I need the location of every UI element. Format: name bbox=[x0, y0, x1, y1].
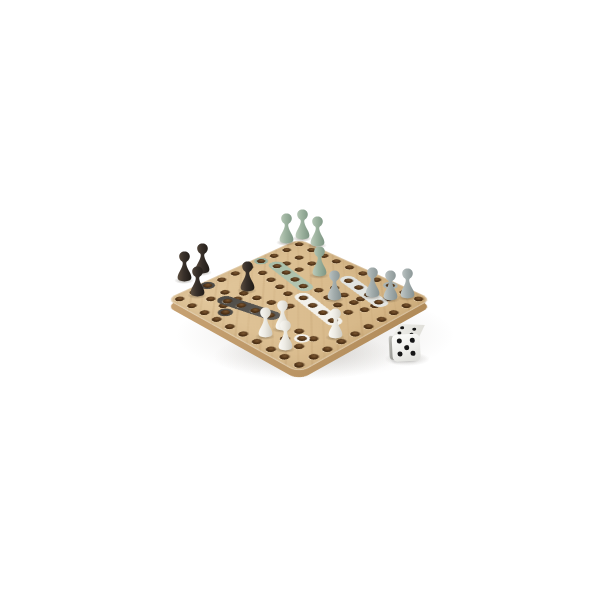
board-hole bbox=[273, 284, 285, 290]
ludo-game-scene bbox=[0, 0, 600, 600]
board-hole bbox=[388, 309, 401, 316]
pawn-glyph bbox=[399, 268, 416, 299]
board-hole bbox=[278, 353, 292, 361]
die-pip bbox=[397, 338, 402, 343]
board-hole bbox=[197, 309, 210, 316]
pawn-black-4[interactable] bbox=[239, 261, 256, 292]
start-ring bbox=[291, 332, 314, 344]
board-hole bbox=[281, 247, 293, 252]
board-hole bbox=[292, 361, 306, 369]
board-hole bbox=[223, 323, 236, 330]
board-hole bbox=[185, 302, 198, 308]
board-hole bbox=[312, 287, 325, 293]
board-hole bbox=[173, 296, 186, 302]
pawn-green-7[interactable] bbox=[309, 216, 326, 247]
board-hole bbox=[331, 259, 343, 265]
pawn-glyph bbox=[382, 270, 399, 301]
die-pip bbox=[404, 345, 409, 350]
board-hole bbox=[236, 331, 249, 338]
pawn-white-16[interactable] bbox=[327, 308, 344, 339]
board-hole bbox=[343, 265, 355, 271]
board-hole bbox=[256, 270, 268, 276]
pawn-white-15[interactable] bbox=[277, 320, 294, 351]
die-pip bbox=[397, 351, 402, 356]
pawn-gray-9[interactable] bbox=[364, 267, 381, 298]
board-hole bbox=[375, 316, 388, 323]
home-yard-hole bbox=[293, 255, 305, 261]
board-hole bbox=[264, 277, 276, 283]
board-hole bbox=[348, 331, 361, 338]
board-hole bbox=[357, 307, 370, 314]
pawn-glyph bbox=[326, 270, 343, 301]
die-pip bbox=[410, 338, 415, 343]
pawn-glyph bbox=[277, 320, 294, 351]
pawn-black-3[interactable] bbox=[189, 266, 206, 297]
die-body bbox=[387, 321, 431, 367]
board-hole bbox=[321, 346, 335, 353]
die-front-face bbox=[391, 333, 420, 361]
pawn-glyph bbox=[257, 307, 274, 338]
die-pip bbox=[410, 351, 415, 356]
pawn-glyph bbox=[364, 267, 381, 298]
die[interactable] bbox=[388, 322, 430, 366]
board-hole bbox=[400, 302, 413, 308]
board-hole bbox=[268, 253, 280, 259]
board-hole bbox=[251, 295, 264, 301]
pawn-glyph bbox=[189, 266, 206, 297]
pawn-green-5[interactable] bbox=[278, 213, 295, 244]
pawn-glyph bbox=[309, 216, 326, 247]
board-hole bbox=[210, 316, 223, 323]
die-pip bbox=[400, 326, 404, 329]
board-hole bbox=[362, 323, 375, 330]
home-yard-hole bbox=[219, 289, 232, 295]
pawn-gray-10[interactable] bbox=[382, 270, 399, 301]
board-hole bbox=[215, 277, 227, 283]
die-pip bbox=[412, 328, 416, 331]
pawn-gray-12[interactable] bbox=[326, 270, 343, 301]
board-hole bbox=[307, 353, 321, 361]
pawn-glyph bbox=[278, 213, 295, 244]
pawn-white-13[interactable] bbox=[257, 307, 274, 338]
pawn-gray-11[interactable] bbox=[399, 268, 416, 299]
pawn-glyph bbox=[327, 308, 344, 339]
pawn-glyph bbox=[239, 261, 256, 292]
